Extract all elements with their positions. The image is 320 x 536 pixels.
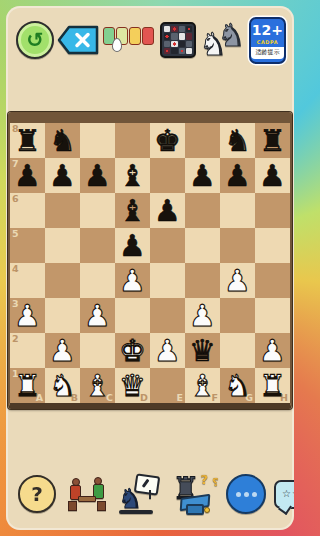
undo-button[interactable] xyxy=(57,25,99,55)
white-bishop[interactable]: ♝ xyxy=(84,368,111,403)
square-f6[interactable] xyxy=(185,193,220,228)
square-f8[interactable] xyxy=(185,123,220,158)
age-rating-org: CADPA xyxy=(257,39,278,45)
white-knight[interactable]: ♞ xyxy=(49,368,76,403)
square-d3[interactable] xyxy=(115,298,150,333)
black-pawn[interactable]: ♟ xyxy=(189,158,216,193)
age-rating-badge: 12+ CADPA 适龄提示 xyxy=(249,17,286,64)
black-pawn[interactable]: ♟ xyxy=(49,158,76,193)
square-f1[interactable]: F♝ xyxy=(185,368,220,403)
black-pawn[interactable]: ♟ xyxy=(259,158,286,193)
pen-icon xyxy=(142,479,150,488)
square-a1[interactable]: 1A♜ xyxy=(10,368,45,403)
square-f4[interactable] xyxy=(185,263,220,298)
square-b2[interactable]: ♟ xyxy=(45,333,80,368)
black-bishop[interactable]: ♝ xyxy=(119,158,146,193)
help-button[interactable]: ? xyxy=(18,475,56,513)
square-h5[interactable] xyxy=(255,228,290,263)
square-e6[interactable]: ♟ xyxy=(150,193,185,228)
board-frame: 8♜♞♚♞♜7♟♟♟♝♟♟♟6♝♟5♟4♟♟3♟♟♟2♟♚♟♛♟1A♜B♞C♝D… xyxy=(8,112,292,409)
seat-icon xyxy=(97,501,106,511)
bubble-tail-icon xyxy=(278,501,292,515)
square-e7[interactable] xyxy=(150,158,185,193)
feedback-button[interactable]: ☆☆ xyxy=(274,480,294,509)
white-rook[interactable]: ♜ xyxy=(14,368,41,403)
square-a3[interactable]: 3♟ xyxy=(10,298,45,333)
square-a5[interactable]: 5 xyxy=(10,228,45,263)
square-g8[interactable]: ♞ xyxy=(220,123,255,158)
two-players-button[interactable] xyxy=(64,476,110,512)
square-b7[interactable]: ♟ xyxy=(45,158,80,193)
question-mark-icon: ? xyxy=(31,484,43,504)
black-rook[interactable]: ♜ xyxy=(14,123,41,158)
miniboard-cell xyxy=(186,26,192,32)
miniboard-cell xyxy=(179,48,185,54)
square-f5[interactable] xyxy=(185,228,220,263)
square-d1[interactable]: D♛ xyxy=(115,368,150,403)
stars-icon: ☆☆ xyxy=(282,489,294,499)
square-g3[interactable] xyxy=(220,298,255,333)
square-d4[interactable]: ♟ xyxy=(115,263,150,298)
miniboard-cell xyxy=(164,26,170,32)
black-bishop[interactable]: ♝ xyxy=(119,193,146,228)
resign-button[interactable]: ♞ xyxy=(118,474,162,514)
white-pawn[interactable]: ♟ xyxy=(259,333,286,368)
age-rating-text: 12+ xyxy=(252,23,283,37)
black-knight[interactable]: ♞ xyxy=(49,123,76,158)
square-b1[interactable]: B♞ xyxy=(45,368,80,403)
square-c1[interactable]: C♝ xyxy=(80,368,115,403)
white-king[interactable]: ♚ xyxy=(119,333,146,368)
blue-knight-icon: ♞ xyxy=(118,485,142,512)
square-d2[interactable]: ♚ xyxy=(115,333,150,368)
square-d6[interactable]: ♝ xyxy=(115,193,150,228)
white-pawn[interactable]: ♟ xyxy=(224,263,251,298)
white-pawn[interactable]: ♟ xyxy=(84,298,111,333)
square-h4[interactable] xyxy=(255,263,290,298)
miniboard-cell xyxy=(171,33,177,39)
miniboard-cell xyxy=(186,33,192,39)
square-h2[interactable]: ♟ xyxy=(255,333,290,368)
dot-icon xyxy=(244,492,249,497)
black-pawn[interactable]: ♟ xyxy=(154,193,181,228)
miniboard-cell xyxy=(164,41,170,47)
board-theme-button[interactable] xyxy=(160,22,196,58)
meter-pointer[interactable] xyxy=(112,38,122,52)
dot-icon xyxy=(252,492,257,497)
miniboard-cell xyxy=(171,48,177,54)
miniboard-cell xyxy=(186,48,192,54)
square-h1[interactable]: H♜ xyxy=(255,368,290,403)
flag-pole-icon xyxy=(149,490,152,499)
square-a6[interactable]: 6 xyxy=(10,193,45,228)
file-label: E xyxy=(177,393,184,403)
square-c4[interactable] xyxy=(80,263,115,298)
square-c5[interactable] xyxy=(80,228,115,263)
black-pawn[interactable]: ♟ xyxy=(84,158,111,193)
piece-set-button[interactable]: ♞ ♞ xyxy=(200,20,246,60)
black-pawn[interactable]: ♟ xyxy=(224,158,251,193)
square-g7[interactable]: ♟ xyxy=(220,158,255,193)
white-pawn[interactable]: ♟ xyxy=(189,298,216,333)
square-d5[interactable]: ♟ xyxy=(115,228,150,263)
square-g6[interactable] xyxy=(220,193,255,228)
square-a2[interactable]: 2 xyxy=(10,333,45,368)
learn-button[interactable]: ♜ ? ? xyxy=(170,473,218,515)
square-e2[interactable]: ♟ xyxy=(150,333,185,368)
age-rating-caption: 适龄提示 xyxy=(251,47,284,59)
square-g2[interactable] xyxy=(220,333,255,368)
dot-icon xyxy=(236,492,241,497)
square-a4[interactable]: 4 xyxy=(10,263,45,298)
square-g5[interactable] xyxy=(220,228,255,263)
square-h8[interactable]: ♜ xyxy=(255,123,290,158)
square-a8[interactable]: 8♜ xyxy=(10,123,45,158)
miniboard-cell xyxy=(179,26,185,32)
square-g1[interactable]: G♞ xyxy=(220,368,255,403)
square-a7[interactable]: 7♟ xyxy=(10,158,45,193)
black-queen[interactable]: ♛ xyxy=(189,333,216,368)
rank-label: 2 xyxy=(12,334,19,344)
square-c6[interactable] xyxy=(80,193,115,228)
square-e8[interactable]: ♚ xyxy=(150,123,185,158)
black-knight[interactable]: ♞ xyxy=(224,123,251,158)
white-queen[interactable]: ♛ xyxy=(119,368,146,403)
square-e1[interactable]: E xyxy=(150,368,185,403)
square-e5[interactable] xyxy=(150,228,185,263)
square-e3[interactable] xyxy=(150,298,185,333)
square-b5[interactable] xyxy=(45,228,80,263)
square-g4[interactable]: ♟ xyxy=(220,263,255,298)
square-f7[interactable]: ♟ xyxy=(185,158,220,193)
backspace-icon xyxy=(57,25,99,55)
square-h6[interactable] xyxy=(255,193,290,228)
difficulty-meter[interactable] xyxy=(103,23,157,57)
white-pawn[interactable]: ♟ xyxy=(119,263,146,298)
miniboard-cell xyxy=(171,26,177,32)
miniboard-cell xyxy=(186,41,192,47)
white-pawn[interactable]: ♟ xyxy=(14,298,41,333)
square-d8[interactable] xyxy=(115,123,150,158)
question-icon: ? xyxy=(200,473,208,486)
square-c8[interactable] xyxy=(80,123,115,158)
square-c3[interactable]: ♟ xyxy=(80,298,115,333)
top-toolbar: ↺ xyxy=(6,14,294,66)
square-f3[interactable]: ♟ xyxy=(185,298,220,333)
square-b8[interactable]: ♞ xyxy=(45,123,80,158)
black-rook[interactable]: ♜ xyxy=(259,123,286,158)
bottom-toolbar: ? ♞ ♜ ? ? xyxy=(6,466,294,522)
square-b3[interactable] xyxy=(45,298,80,333)
tassel-icon xyxy=(204,507,210,513)
content-panel: ↺ xyxy=(6,6,294,530)
meter-segment-expert xyxy=(142,27,154,45)
square-b4[interactable] xyxy=(45,263,80,298)
miniboard-cell xyxy=(164,48,170,54)
graduation-cap-band-icon xyxy=(186,504,204,515)
black-king[interactable]: ♚ xyxy=(154,123,181,158)
restart-icon: ↺ xyxy=(26,30,44,51)
meter-segment-hard xyxy=(129,27,141,45)
restart-button[interactable]: ↺ xyxy=(16,21,54,59)
chess-board: 8♜♞♚♞♜7♟♟♟♝♟♟♟6♝♟5♟4♟♟3♟♟♟2♟♚♟♛♟1A♜B♞C♝D… xyxy=(10,123,290,403)
knight-front-icon: ♞ xyxy=(200,29,228,60)
square-f2[interactable]: ♛ xyxy=(185,333,220,368)
miniboard-cell xyxy=(179,41,185,47)
black-pawn[interactable]: ♟ xyxy=(119,228,146,263)
white-pawn[interactable]: ♟ xyxy=(49,333,76,368)
rank-label: 5 xyxy=(12,229,19,239)
more-button[interactable] xyxy=(226,474,266,514)
square-b6[interactable] xyxy=(45,193,80,228)
rank-label: 6 xyxy=(12,194,19,204)
square-c7[interactable]: ♟ xyxy=(80,158,115,193)
white-bishop[interactable]: ♝ xyxy=(189,368,216,403)
rank-label: 4 xyxy=(12,264,19,274)
white-rook[interactable]: ♜ xyxy=(259,368,286,403)
table-icon xyxy=(78,496,96,502)
question-icon: ? xyxy=(212,477,218,488)
miniboard-cell xyxy=(179,33,185,39)
black-pawn[interactable]: ♟ xyxy=(14,158,41,193)
square-c2[interactable] xyxy=(80,333,115,368)
square-h3[interactable] xyxy=(255,298,290,333)
square-d7[interactable]: ♝ xyxy=(115,158,150,193)
white-knight[interactable]: ♞ xyxy=(224,368,251,403)
base-icon xyxy=(119,510,153,514)
seat-icon xyxy=(68,501,77,511)
square-e4[interactable] xyxy=(150,263,185,298)
square-h7[interactable]: ♟ xyxy=(255,158,290,193)
miniboard-cell xyxy=(171,41,177,47)
white-pawn[interactable]: ♟ xyxy=(154,333,181,368)
miniboard-cell xyxy=(164,33,170,39)
